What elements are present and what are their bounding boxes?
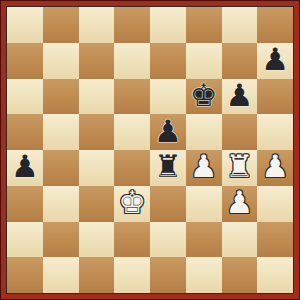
square-h3[interactable]	[257, 186, 293, 222]
square-a7[interactable]	[7, 43, 43, 79]
square-h1[interactable]	[257, 257, 293, 293]
square-d1[interactable]	[114, 257, 150, 293]
square-f6[interactable]: ♚	[186, 79, 222, 115]
square-e8[interactable]	[150, 7, 186, 43]
square-c2[interactable]	[79, 222, 115, 258]
square-h7[interactable]: ♟	[257, 43, 293, 79]
square-a8[interactable]	[7, 7, 43, 43]
square-g7[interactable]	[222, 43, 258, 79]
square-d6[interactable]	[114, 79, 150, 115]
square-e1[interactable]	[150, 257, 186, 293]
piece-white-rook[interactable]: ♜	[225, 150, 253, 184]
square-d7[interactable]	[114, 43, 150, 79]
square-h2[interactable]	[257, 222, 293, 258]
piece-black-pawn[interactable]: ♟	[261, 43, 289, 77]
piece-black-pawn[interactable]: ♟	[154, 114, 182, 148]
square-a2[interactable]	[7, 222, 43, 258]
square-b6[interactable]	[43, 79, 79, 115]
square-f4[interactable]: ♟	[186, 150, 222, 186]
board-outline: ♟♚♟♟♟♜♟♜♟♚♟	[6, 6, 294, 294]
square-f5[interactable]	[186, 114, 222, 150]
square-c1[interactable]	[79, 257, 115, 293]
square-d2[interactable]	[114, 222, 150, 258]
square-c4[interactable]	[79, 150, 115, 186]
square-b8[interactable]	[43, 7, 79, 43]
square-d8[interactable]	[114, 7, 150, 43]
square-e3[interactable]	[150, 186, 186, 222]
square-f8[interactable]	[186, 7, 222, 43]
square-g1[interactable]	[222, 257, 258, 293]
square-h8[interactable]	[257, 7, 293, 43]
piece-black-king[interactable]: ♚	[190, 79, 218, 113]
piece-white-pawn[interactable]: ♟	[261, 150, 289, 184]
square-g5[interactable]	[222, 114, 258, 150]
chess-board: ♟♚♟♟♟♜♟♜♟♚♟	[7, 7, 293, 293]
square-a4[interactable]: ♟	[7, 150, 43, 186]
square-a1[interactable]	[7, 257, 43, 293]
square-f7[interactable]	[186, 43, 222, 79]
square-g2[interactable]	[222, 222, 258, 258]
square-h4[interactable]: ♟	[257, 150, 293, 186]
square-f3[interactable]	[186, 186, 222, 222]
square-a6[interactable]	[7, 79, 43, 115]
square-c7[interactable]	[79, 43, 115, 79]
square-d3[interactable]: ♚	[114, 186, 150, 222]
square-b3[interactable]	[43, 186, 79, 222]
piece-white-king[interactable]: ♚	[118, 186, 146, 220]
board-frame: ♟♚♟♟♟♜♟♜♟♚♟	[0, 0, 300, 300]
square-a3[interactable]	[7, 186, 43, 222]
square-h6[interactable]	[257, 79, 293, 115]
piece-white-pawn[interactable]: ♟	[190, 150, 218, 184]
square-e7[interactable]	[150, 43, 186, 79]
square-d4[interactable]	[114, 150, 150, 186]
square-e2[interactable]	[150, 222, 186, 258]
piece-black-rook[interactable]: ♜	[154, 150, 182, 184]
square-b7[interactable]	[43, 43, 79, 79]
square-d5[interactable]	[114, 114, 150, 150]
square-e6[interactable]	[150, 79, 186, 115]
square-a5[interactable]	[7, 114, 43, 150]
square-g6[interactable]: ♟	[222, 79, 258, 115]
square-c6[interactable]	[79, 79, 115, 115]
square-c5[interactable]	[79, 114, 115, 150]
square-e5[interactable]: ♟	[150, 114, 186, 150]
square-h5[interactable]	[257, 114, 293, 150]
square-f1[interactable]	[186, 257, 222, 293]
square-g8[interactable]	[222, 7, 258, 43]
square-c8[interactable]	[79, 7, 115, 43]
piece-black-pawn[interactable]: ♟	[11, 150, 39, 184]
square-e4[interactable]: ♜	[150, 150, 186, 186]
square-g4[interactable]: ♜	[222, 150, 258, 186]
square-b5[interactable]	[43, 114, 79, 150]
piece-black-pawn[interactable]: ♟	[225, 79, 253, 113]
square-b4[interactable]	[43, 150, 79, 186]
piece-white-pawn[interactable]: ♟	[225, 186, 253, 220]
square-c3[interactable]	[79, 186, 115, 222]
square-g3[interactable]: ♟	[222, 186, 258, 222]
square-f2[interactable]	[186, 222, 222, 258]
square-b2[interactable]	[43, 222, 79, 258]
square-b1[interactable]	[43, 257, 79, 293]
